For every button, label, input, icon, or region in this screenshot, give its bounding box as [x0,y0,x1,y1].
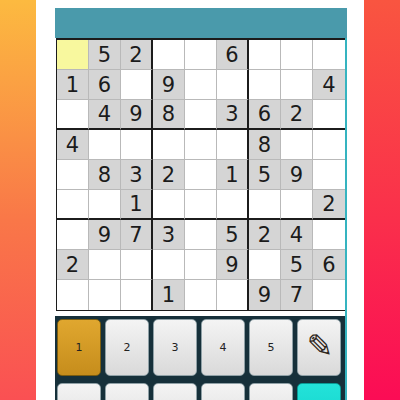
cell-r5c7[interactable]: 5 [249,160,281,190]
pencil-key[interactable]: ✎ [297,319,341,376]
cell-r4c5[interactable] [185,130,217,160]
right-teal-edge [345,38,347,400]
sudoku-app-window: 526169449836248832159129735242956197 123… [55,8,347,400]
number-key-5[interactable]: 5 [249,319,293,376]
number-key-2[interactable]: 2 [105,319,149,376]
cell-r4c1[interactable]: 4 [57,130,89,160]
cell-r5c1[interactable] [57,160,89,190]
cell-r8c7[interactable] [249,250,281,280]
cell-r5c2[interactable]: 8 [89,160,121,190]
gray-key-4[interactable] [201,383,245,400]
cell-r3c1[interactable] [57,100,89,130]
gray-key-1[interactable] [57,383,101,400]
cell-r3c6[interactable]: 3 [217,100,249,130]
cell-r6c7[interactable] [249,190,281,220]
cell-r3c4[interactable]: 8 [153,100,185,130]
cell-r6c6[interactable] [217,190,249,220]
cell-r7c4[interactable]: 3 [153,220,185,250]
cell-r5c9[interactable] [313,160,345,190]
cell-r2c5[interactable] [185,70,217,100]
cell-r1c8[interactable] [281,40,313,70]
number-key-1[interactable]: 1 [57,319,101,376]
cell-r6c2[interactable] [89,190,121,220]
cell-r7c6[interactable]: 5 [217,220,249,250]
cell-r1c3[interactable]: 2 [121,40,153,70]
cell-r6c3[interactable]: 1 [121,190,153,220]
cell-r2c3[interactable] [121,70,153,100]
cell-r4c7[interactable]: 8 [249,130,281,160]
screenshot-canvas: 526169449836248832159129735242956197 123… [0,0,400,400]
cell-r4c4[interactable] [153,130,185,160]
cell-r8c5[interactable] [185,250,217,280]
number-key-row: 12345✎ [57,319,347,376]
app-header-bar [55,8,347,38]
cell-r8c8[interactable]: 5 [281,250,313,280]
cell-r2c4[interactable]: 9 [153,70,185,100]
cell-r7c9[interactable] [313,220,345,250]
cell-r9c4[interactable]: 1 [153,280,185,310]
cell-r8c9[interactable]: 6 [313,250,345,280]
right-gradient-border [364,0,400,400]
cell-r8c3[interactable] [121,250,153,280]
keypad-panel: 12345✎ [55,316,347,400]
cell-r3c3[interactable]: 9 [121,100,153,130]
cell-r7c8[interactable]: 4 [281,220,313,250]
cell-r4c9[interactable] [313,130,345,160]
cell-r5c4[interactable]: 2 [153,160,185,190]
cell-r3c7[interactable]: 6 [249,100,281,130]
cell-r5c5[interactable] [185,160,217,190]
cell-r2c2[interactable]: 6 [89,70,121,100]
cell-r4c8[interactable] [281,130,313,160]
cell-r2c9[interactable]: 4 [313,70,345,100]
cell-r3c8[interactable]: 2 [281,100,313,130]
cell-r9c2[interactable] [89,280,121,310]
cell-r6c5[interactable] [185,190,217,220]
cell-r5c8[interactable]: 9 [281,160,313,190]
gray-key-5[interactable] [249,383,293,400]
cell-r1c4[interactable] [153,40,185,70]
cell-r1c2[interactable]: 5 [89,40,121,70]
cell-r2c6[interactable] [217,70,249,100]
cell-r9c6[interactable] [217,280,249,310]
cell-r7c5[interactable] [185,220,217,250]
cell-r6c9[interactable]: 2 [313,190,345,220]
left-gradient-border [0,0,36,400]
cell-r9c3[interactable] [121,280,153,310]
cell-r3c9[interactable] [313,100,345,130]
cell-r1c7[interactable] [249,40,281,70]
cell-r7c7[interactable]: 2 [249,220,281,250]
cell-r6c4[interactable] [153,190,185,220]
cell-r7c1[interactable] [57,220,89,250]
cell-r9c8[interactable]: 7 [281,280,313,310]
number-key-4[interactable]: 4 [201,319,245,376]
gray-key-2[interactable] [105,383,149,400]
cell-r9c7[interactable]: 9 [249,280,281,310]
sudoku-board: 526169449836248832159129735242956197 [56,38,346,311]
cell-r4c2[interactable] [89,130,121,160]
number-key-3[interactable]: 3 [153,319,197,376]
cell-r3c5[interactable] [185,100,217,130]
cell-r8c6[interactable]: 9 [217,250,249,280]
cell-r6c1[interactable] [57,190,89,220]
cell-r5c6[interactable]: 1 [217,160,249,190]
cell-r1c1[interactable] [57,40,89,70]
pencil-icon: ✎ [307,330,334,362]
cell-r1c6[interactable]: 6 [217,40,249,70]
cyan-key[interactable] [297,383,341,400]
cell-r2c7[interactable] [249,70,281,100]
cell-r3c2[interactable]: 4 [89,100,121,130]
bottom-key-row [57,383,347,400]
cell-r2c8[interactable] [281,70,313,100]
cell-r5c3[interactable]: 3 [121,160,153,190]
cell-r4c6[interactable] [217,130,249,160]
cell-r7c3[interactable]: 7 [121,220,153,250]
cell-r1c5[interactable] [185,40,217,70]
cell-r8c1[interactable]: 2 [57,250,89,280]
cell-r4c3[interactable] [121,130,153,160]
cell-r7c2[interactable]: 9 [89,220,121,250]
cell-r8c4[interactable] [153,250,185,280]
cell-r2c1[interactable]: 1 [57,70,89,100]
cell-r8c2[interactable] [89,250,121,280]
cell-r9c9[interactable] [313,280,345,310]
cell-r9c5[interactable] [185,280,217,310]
cell-r6c8[interactable] [281,190,313,220]
cell-r9c1[interactable] [57,280,89,310]
gray-key-3[interactable] [153,383,197,400]
cell-r1c9[interactable] [313,40,345,70]
